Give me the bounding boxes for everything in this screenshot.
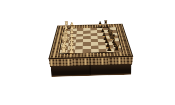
chess-case xyxy=(0,0,175,105)
board-square xyxy=(113,48,122,52)
product-photo-chess-set: ♜♟♟♜♞♟♟♞♝♟♟♝♛♟♟♛♚♟♟♚♝♟♟♝♞♟♟♞♜♟♟♜ xyxy=(0,0,175,105)
chess-set: ♜♟♟♜♞♟♟♞♝♟♟♝♛♟♟♛♚♟♟♚♝♟♟♝♞♟♟♞♜♟♟♜ xyxy=(0,0,175,105)
case-base xyxy=(51,64,132,77)
chess-board xyxy=(48,24,133,59)
playing-area xyxy=(59,27,122,53)
board-square xyxy=(75,49,83,53)
board-square xyxy=(83,49,91,53)
